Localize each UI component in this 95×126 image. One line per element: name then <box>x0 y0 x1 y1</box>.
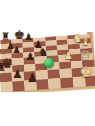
black-pawn-c4: ♟ <box>26 52 35 62</box>
black-knight-d5: ♞ <box>39 47 49 58</box>
green-marker-disc <box>44 58 54 68</box>
top-white-margin <box>0 0 95 27</box>
white-queen-h4: ♛ <box>80 49 92 62</box>
black-pawn-c7: ♟ <box>25 33 33 42</box>
black-pawn-b5: ♟ <box>13 46 21 55</box>
white-bishop-h6: ♝ <box>81 36 91 47</box>
black-pawn-b2: ♟ <box>13 69 23 80</box>
white-king-h2: ♚ <box>80 65 93 80</box>
black-pawn-c2: ♟ <box>27 72 38 84</box>
chessboard-photo: ♜♚♟♞♟♟♝♟♞♟♛♟♛♜♟♟♚ <box>0 27 95 92</box>
chess-photo-page: { "game": "chess", "scene": "overhead-an… <box>0 0 95 126</box>
black-rook-a2: ♜ <box>0 62 6 73</box>
black-king-b8: ♚ <box>14 29 25 41</box>
pieces-layer: ♜♚♟♞♟♟♝♟♞♟♛♟♛♜♟♟♚ <box>0 27 95 92</box>
white-pawn-f4: ♟ <box>64 51 73 61</box>
bottom-white-margin <box>0 92 95 126</box>
